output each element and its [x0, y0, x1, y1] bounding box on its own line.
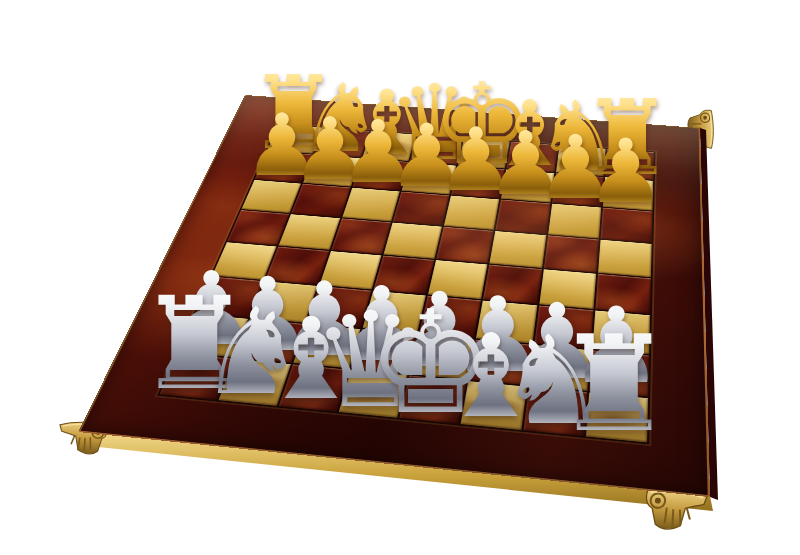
photo-scene: ♜♞♝♛♚♝♞♜♟♟♟♟♟♟♟♟♟♟♟♟♟♟♟♟♜♞♝♛♚♝♞♜: [0, 0, 800, 555]
square-f5[interactable]: [490, 231, 546, 268]
silver-piece-glyph: ♜: [555, 317, 674, 450]
square-e5[interactable]: [436, 227, 494, 264]
square-c5[interactable]: [331, 218, 391, 254]
square-d5[interactable]: [383, 222, 442, 258]
square-g5[interactable]: [543, 235, 598, 272]
square-h5[interactable]: [598, 240, 652, 278]
square-b5[interactable]: [279, 214, 340, 250]
gold-piece-glyph: ♟: [586, 128, 665, 216]
